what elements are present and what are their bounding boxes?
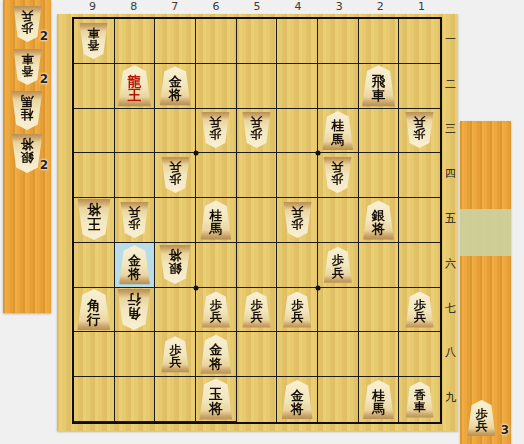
hand-piece-count: 2	[40, 158, 48, 172]
shogi-piece[interactable]: 歩兵	[467, 400, 496, 436]
board-square-2d[interactable]	[359, 153, 400, 198]
piece-kanji: 銀将	[21, 138, 34, 165]
shogi-piece[interactable]: 歩兵	[120, 202, 149, 238]
board-square-8i[interactable]	[115, 377, 156, 422]
shogi-piece[interactable]: 香車	[405, 382, 434, 418]
board-square-3e[interactable]	[318, 198, 359, 243]
stand-highlight-band	[460, 209, 511, 256]
piece-kanji: 歩兵	[476, 408, 488, 432]
piece-kanji: 金将	[128, 254, 141, 281]
board-square-3c[interactable]: 桂馬	[318, 109, 359, 154]
piece-kanji: 歩兵	[169, 344, 181, 368]
file-label: 8	[113, 0, 154, 14]
hoshi-dot	[193, 151, 198, 156]
board-square-7b[interactable]: 金将	[155, 64, 196, 109]
shogi-piece[interactable]: 歩兵	[201, 112, 230, 148]
board-square-5a[interactable]	[237, 19, 278, 64]
shogi-piece[interactable]: 玉将	[199, 379, 233, 420]
rank-label: 五	[443, 196, 458, 241]
piece-kanji: 銀将	[372, 209, 385, 236]
board-square-3a[interactable]	[318, 19, 359, 64]
shogi-piece[interactable]: 銀将	[11, 134, 43, 173]
piece-kanji: 桂馬	[21, 95, 34, 122]
hand-piece-count: 2	[40, 72, 48, 86]
gote-hand-piece-slot[interactable]: 歩兵2	[4, 4, 50, 44]
piece-kanji: 歩兵	[210, 116, 222, 140]
gote-hand-piece-slot[interactable]: 香車2	[4, 47, 50, 87]
shogi-piece[interactable]: 歩兵	[161, 157, 190, 193]
board-square-8h[interactable]	[115, 332, 156, 377]
board-square-1b[interactable]	[399, 64, 440, 109]
piece-kanji: 桂馬	[331, 119, 344, 146]
shogi-piece[interactable]: 飛車	[361, 65, 395, 106]
shogi-piece[interactable]: 桂馬	[362, 380, 394, 419]
file-label: 6	[195, 0, 236, 14]
board-square-9h[interactable]	[74, 332, 115, 377]
rank-label: 二	[443, 62, 458, 107]
piece-kanji: 王将	[87, 203, 101, 231]
board-square-4e[interactable]: 歩兵	[277, 198, 318, 243]
board-square-1f[interactable]	[399, 243, 440, 288]
piece-kanji: 金将	[169, 75, 182, 102]
piece-kanji: 歩兵	[250, 299, 262, 323]
shogi-piece[interactable]: 桂馬	[322, 111, 354, 150]
rank-label: 一	[443, 17, 458, 62]
board-square-4f[interactable]	[277, 243, 318, 288]
board-square-3i[interactable]	[318, 377, 359, 422]
shogi-piece[interactable]: 金将	[281, 380, 313, 419]
board-square-2a[interactable]	[359, 19, 400, 64]
sente-hand-piece-slot[interactable]: 歩兵3	[460, 398, 511, 438]
board-square-4c[interactable]	[277, 109, 318, 154]
board-square-8a[interactable]	[115, 19, 156, 64]
rank-label: 三	[443, 107, 458, 152]
board-square-5f[interactable]	[237, 243, 278, 288]
piece-kanji: 香車	[21, 53, 33, 77]
shogi-piece[interactable]: 金将	[159, 66, 191, 105]
board-square-9c[interactable]	[74, 109, 115, 154]
piece-kanji: 歩兵	[414, 299, 426, 323]
board-square-4i[interactable]: 金将	[277, 377, 318, 422]
shogi-piece[interactable]: 歩兵	[323, 157, 352, 193]
board-square-1g[interactable]: 歩兵	[399, 288, 440, 333]
board-square-5b[interactable]	[237, 64, 278, 109]
board-square-3h[interactable]	[318, 332, 359, 377]
piece-kanji: 歩兵	[210, 299, 222, 323]
shogi-piece[interactable]: 歩兵	[242, 112, 271, 148]
hoshi-dot	[316, 151, 321, 156]
board-square-7i[interactable]	[155, 377, 196, 422]
shogi-piece[interactable]: 歩兵	[161, 336, 190, 372]
board-square-5c[interactable]: 歩兵	[237, 109, 278, 154]
board-square-9e[interactable]: 王将	[74, 198, 115, 243]
shogi-piece[interactable]: 金将	[118, 245, 150, 284]
board-square-4g[interactable]: 歩兵	[277, 288, 318, 333]
piece-kanji: 桂馬	[372, 389, 385, 416]
board-square-6d[interactable]	[196, 153, 237, 198]
gote-hand-list: 歩兵2香車2桂馬銀将2	[3, 0, 51, 176]
rank-label: 四	[443, 151, 458, 196]
board-square-8e[interactable]: 歩兵	[115, 198, 156, 243]
board-square-1c[interactable]: 歩兵	[399, 109, 440, 154]
shogi-piece[interactable]: 歩兵	[323, 247, 352, 283]
shogi-app: 歩兵2香車2桂馬銀将2 987654321 香車龍王金将飛車歩兵歩兵桂馬歩兵歩兵…	[0, 0, 524, 444]
hoshi-dot	[193, 285, 198, 290]
file-labels: 987654321	[72, 0, 442, 14]
board-square-1d[interactable]	[399, 153, 440, 198]
shogi-piece[interactable]: 歩兵	[283, 292, 312, 328]
rank-label: 七	[443, 286, 458, 331]
board-square-4b[interactable]	[277, 64, 318, 109]
piece-kanji: 香車	[88, 27, 100, 51]
board-square-5d[interactable]	[237, 153, 278, 198]
board-square-7h[interactable]: 歩兵	[155, 332, 196, 377]
board-square-2i[interactable]: 桂馬	[359, 377, 400, 422]
board-square-1a[interactable]	[399, 19, 440, 64]
hand-piece-count: 2	[40, 29, 48, 43]
board-square-8c[interactable]	[115, 109, 156, 154]
shogi-piece[interactable]: 金将	[200, 335, 232, 374]
board-square-6g[interactable]: 歩兵	[196, 288, 237, 333]
board-square-8g[interactable]: 角行	[115, 288, 156, 333]
board-square-5e[interactable]	[237, 198, 278, 243]
piece-kanji: 龍王	[128, 74, 142, 102]
board-square-9a[interactable]: 香車	[74, 19, 115, 64]
piece-kanji: 歩兵	[21, 10, 33, 34]
board-square-1h[interactable]	[399, 332, 440, 377]
board-grid: 香車龍王金将飛車歩兵歩兵桂馬歩兵歩兵歩兵王将歩兵桂馬歩兵銀将金将銀将歩兵角行角行…	[72, 17, 442, 424]
file-label: 9	[72, 0, 113, 14]
board-square-2h[interactable]	[359, 332, 400, 377]
piece-kanji: 飛車	[372, 74, 386, 102]
file-label: 4	[278, 0, 319, 14]
gote-piece-stand: 歩兵2香車2桂馬銀将2	[3, 0, 51, 313]
board-square-8b[interactable]: 龍王	[115, 64, 156, 109]
rank-label: 九	[443, 375, 458, 420]
shogi-piece[interactable]: 角行	[117, 289, 151, 330]
piece-kanji: 歩兵	[414, 116, 426, 140]
piece-kanji: 桂馬	[209, 209, 222, 236]
piece-kanji: 香車	[414, 389, 426, 413]
file-label: 5	[236, 0, 277, 14]
board-square-7e[interactable]	[155, 198, 196, 243]
rank-labels: 一二三四五六七八九	[443, 17, 458, 420]
board-square-9g[interactable]: 角行	[74, 288, 115, 333]
shogi-piece[interactable]: 香車	[79, 23, 108, 59]
shogi-piece[interactable]: 歩兵	[242, 292, 271, 328]
board-square-1i[interactable]: 香車	[399, 377, 440, 422]
sente-piece-stand: 歩兵3	[460, 121, 511, 444]
shogi-piece[interactable]: 歩兵	[283, 202, 312, 238]
hand-piece-count: 3	[501, 423, 509, 437]
board-square-5g[interactable]: 歩兵	[237, 288, 278, 333]
board-square-7c[interactable]	[155, 109, 196, 154]
piece-kanji: 金将	[209, 343, 222, 370]
hoshi-dot	[316, 285, 321, 290]
rank-label: 八	[443, 330, 458, 375]
shogi-piece[interactable]: 香車	[13, 49, 42, 85]
gote-hand-piece-slot[interactable]: 桂馬	[4, 90, 50, 130]
piece-kanji: 歩兵	[128, 206, 140, 230]
board-square-6f[interactable]	[196, 243, 237, 288]
piece-kanji: 歩兵	[250, 116, 262, 140]
board-square-6h[interactable]: 金将	[196, 332, 237, 377]
board-square-2g[interactable]	[359, 288, 400, 333]
board-square-7f[interactable]: 銀将	[155, 243, 196, 288]
piece-kanji: 銀将	[169, 249, 182, 276]
board-square-3b[interactable]	[318, 64, 359, 109]
piece-kanji: 角行	[87, 298, 101, 326]
board-square-6c[interactable]: 歩兵	[196, 109, 237, 154]
shogi-piece[interactable]: 銀将	[362, 200, 394, 239]
piece-kanji: 歩兵	[291, 299, 303, 323]
piece-kanji: 玉将	[209, 387, 223, 415]
piece-kanji: 歩兵	[169, 161, 181, 185]
board-square-7d[interactable]: 歩兵	[155, 153, 196, 198]
board-square-3g[interactable]	[318, 288, 359, 333]
shogi-piece[interactable]: 歩兵	[13, 6, 42, 42]
board-square-5h[interactable]	[237, 332, 278, 377]
shogi-piece[interactable]: 銀将	[159, 245, 191, 284]
piece-kanji: 歩兵	[332, 161, 344, 185]
board-square-8f[interactable]: 金将	[115, 243, 156, 288]
board-square-3d[interactable]: 歩兵	[318, 153, 359, 198]
board-square-1e[interactable]	[399, 198, 440, 243]
board-square-4h[interactable]	[277, 332, 318, 377]
board-square-2b[interactable]: 飛車	[359, 64, 400, 109]
piece-kanji: 歩兵	[291, 206, 303, 230]
board-square-9f[interactable]	[74, 243, 115, 288]
board-square-2f[interactable]	[359, 243, 400, 288]
board-square-4a[interactable]	[277, 19, 318, 64]
gote-hand-piece-slot[interactable]: 銀将2	[4, 133, 50, 173]
shogi-board: 香車龍王金将飛車歩兵歩兵桂馬歩兵歩兵歩兵王将歩兵桂馬歩兵銀将金将銀将歩兵角行角行…	[57, 14, 458, 431]
shogi-piece[interactable]: 龍王	[117, 65, 151, 106]
board-square-6i[interactable]: 玉将	[196, 377, 237, 422]
board-square-5i[interactable]	[237, 377, 278, 422]
board-square-6e[interactable]: 桂馬	[196, 198, 237, 243]
board-square-9d[interactable]	[74, 153, 115, 198]
board-square-2e[interactable]: 銀将	[359, 198, 400, 243]
shogi-piece[interactable]: 角行	[77, 289, 111, 330]
board-square-6a[interactable]	[196, 19, 237, 64]
shogi-piece[interactable]: 桂馬	[200, 200, 232, 239]
board-square-3f[interactable]: 歩兵	[318, 243, 359, 288]
file-label: 2	[360, 0, 401, 14]
board-square-8d[interactable]	[115, 153, 156, 198]
rank-label: 六	[443, 241, 458, 286]
shogi-piece[interactable]: 歩兵	[405, 112, 434, 148]
board-square-9b[interactable]	[74, 64, 115, 109]
file-label: 1	[401, 0, 442, 14]
sente-hand-list: 歩兵3	[460, 398, 511, 438]
board-square-2c[interactable]	[359, 109, 400, 154]
piece-kanji: 歩兵	[332, 254, 344, 278]
board-square-7g[interactable]	[155, 288, 196, 333]
file-label: 7	[154, 0, 195, 14]
board-square-6b[interactable]	[196, 64, 237, 109]
shogi-piece[interactable]: 歩兵	[201, 292, 230, 328]
piece-kanji: 金将	[291, 389, 304, 416]
file-label: 3	[319, 0, 360, 14]
piece-kanji: 角行	[128, 293, 142, 321]
shogi-piece[interactable]: 歩兵	[405, 292, 434, 328]
shogi-piece[interactable]: 王将	[77, 199, 111, 240]
board-square-7a[interactable]	[155, 19, 196, 64]
shogi-piece[interactable]: 桂馬	[11, 91, 43, 130]
board-square-4d[interactable]	[277, 153, 318, 198]
board-square-9i[interactable]	[74, 377, 115, 422]
